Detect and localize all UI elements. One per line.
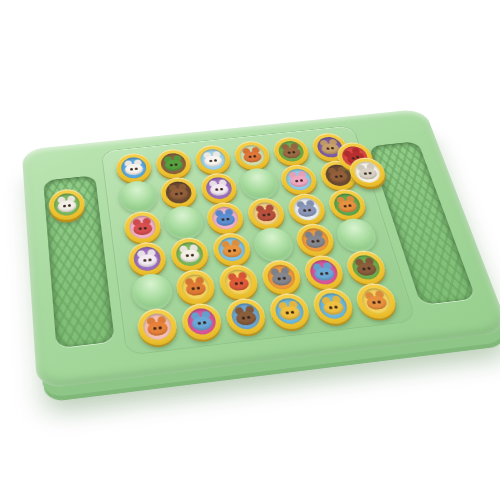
token-r6c4-goldfish[interactable] [267,291,313,331]
grid-cell-r5c2 [171,268,220,307]
token-r5c6-bear[interactable] [343,249,389,286]
grid-cell-r1c3 [190,143,235,175]
grid-cell-r2c2 [156,175,202,209]
rail-token-slot-right-front [347,159,388,185]
token-r3c4-spider[interactable] [245,196,287,230]
grid-cell-r6c3 [220,296,271,336]
token-r4c5-koala[interactable] [293,222,337,258]
board-perspective-wrap [20,70,480,410]
game-board [22,109,500,390]
grid-cell-r1c1 [112,151,156,184]
token-r4c2-cow[interactable] [169,236,211,272]
token-r3c3-whale[interactable] [204,201,246,236]
token-r2c5-pig[interactable] [278,163,320,196]
grid-cell-r3c2 [161,205,208,240]
grid-cell-r3c1 [120,209,166,245]
token-r6c1-fish[interactable] [136,306,179,346]
token-r6c3-bear[interactable] [223,296,268,336]
token-r5c5-hippo[interactable] [301,253,346,290]
token-r5c2-fox[interactable] [174,268,217,306]
grid-cell-r4c2 [166,235,214,272]
token-r3c1-crab[interactable] [123,209,163,244]
grid-cell-r4c3 [208,231,257,268]
token-r5c3-fish[interactable] [217,263,261,301]
grid-cell-r2c3 [196,171,242,205]
token-r3c6-cat[interactable] [325,188,369,222]
token-r1c3-rabbit[interactable] [193,144,233,176]
grid-cell-r1c2 [151,147,196,179]
grid-cell-r5c3 [214,263,264,301]
token-r5c4-koala[interactable] [259,258,304,296]
token-r1c2-turtle[interactable] [154,148,193,180]
token-r2c3-sheep[interactable] [199,171,240,204]
grid-cell-r1c4 [229,139,275,171]
token-r6c2-hippo[interactable] [180,301,224,341]
product-photo-stage [0,0,500,500]
token-r1c5-beaver[interactable] [271,135,312,166]
grid-cell-r3c3 [202,200,249,235]
rail-token-slot-left [48,191,86,219]
grid-cell-r2c1 [116,180,161,214]
token-r6c6-cat[interactable] [353,281,400,320]
token-r1c4-crab[interactable] [232,139,272,171]
grid-cell-r5c1 [128,272,177,311]
grid-cell-r6c6 [350,281,403,320]
token-r6c5-goldfish[interactable] [310,286,357,325]
grid-cell-r6c2 [177,301,228,342]
token-r2c2-dog[interactable] [159,176,199,209]
token-r4c1-sheep[interactable] [127,240,168,277]
grid-cell-r4c6 [331,217,382,253]
token-r4c3-lion[interactable] [211,231,254,267]
grid-cell-r3c6 [323,187,372,221]
grid-cell-r4c1 [124,240,171,277]
token-r1c1-rabbit[interactable] [115,152,153,184]
token-r3c5-elephant[interactable] [285,192,328,226]
grid-cell-r5c6 [340,248,392,286]
grid-cell-r6c1 [133,306,183,347]
